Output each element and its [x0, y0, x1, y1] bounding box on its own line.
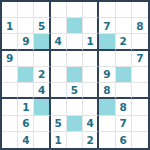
sudoku-cell-r6c7[interactable]: 8	[99, 83, 115, 99]
sudoku-cell-r6c9[interactable]	[132, 83, 148, 99]
sudoku-cell-r3c9[interactable]	[132, 34, 148, 50]
sudoku-cell-r9c3[interactable]	[34, 132, 50, 148]
sudoku-cell-r5c4[interactable]	[51, 67, 67, 83]
sudoku-cell-r6c1[interactable]	[2, 83, 18, 99]
sudoku-cell-r8c7[interactable]	[99, 116, 115, 132]
sudoku-cell-r2c7[interactable]: 7	[99, 18, 115, 34]
sudoku-cell-r2c1[interactable]: 1	[2, 18, 18, 34]
sudoku-cell-r3c8[interactable]: 2	[116, 34, 132, 50]
sudoku-cell-r4c9[interactable]: 7	[132, 51, 148, 67]
sudoku-cell-r7c6[interactable]	[83, 99, 99, 115]
sudoku-cell-r8c2[interactable]: 6	[18, 116, 34, 132]
sudoku-cell-r8c3[interactable]	[34, 116, 50, 132]
sudoku-cell-r7c4[interactable]	[51, 99, 67, 115]
sudoku-cell-r6c6[interactable]	[83, 83, 99, 99]
sudoku-cell-r1c8[interactable]	[116, 2, 132, 18]
sudoku-cell-r1c7[interactable]	[99, 2, 115, 18]
sudoku-cell-r6c4[interactable]	[51, 83, 67, 99]
sudoku-cell-r4c2[interactable]	[18, 51, 34, 67]
sudoku-cell-r6c2[interactable]	[18, 83, 34, 99]
sudoku-board: 1578941297294581865474126	[0, 0, 150, 150]
sudoku-cell-r8c6[interactable]: 4	[83, 116, 99, 132]
sudoku-cell-r9c4[interactable]: 1	[51, 132, 67, 148]
sudoku-cell-r3c7[interactable]	[99, 34, 115, 50]
sudoku-cell-r7c2[interactable]: 1	[18, 99, 34, 115]
sudoku-cell-r1c4[interactable]	[51, 2, 67, 18]
sudoku-cell-r9c1[interactable]	[2, 132, 18, 148]
sudoku-cell-r4c1[interactable]: 9	[2, 51, 18, 67]
sudoku-cell-r9c5[interactable]	[67, 132, 83, 148]
sudoku-cell-r8c5[interactable]	[67, 116, 83, 132]
sudoku-cell-r7c7[interactable]	[99, 99, 115, 115]
sudoku-cell-r4c3[interactable]	[34, 51, 50, 67]
sudoku-cell-r7c8[interactable]: 8	[116, 99, 132, 115]
sudoku-cell-r8c4[interactable]: 5	[51, 116, 67, 132]
sudoku-cell-r4c5[interactable]	[67, 51, 83, 67]
sudoku-cell-r2c9[interactable]: 8	[132, 18, 148, 34]
sudoku-cell-r4c7[interactable]	[99, 51, 115, 67]
sudoku-cell-r4c8[interactable]	[116, 51, 132, 67]
sudoku-cell-r2c5[interactable]	[67, 18, 83, 34]
sudoku-cell-r1c5[interactable]	[67, 2, 83, 18]
sudoku-cell-r5c7[interactable]: 9	[99, 67, 115, 83]
sudoku-cell-r1c2[interactable]	[18, 2, 34, 18]
sudoku-cell-r5c2[interactable]	[18, 67, 34, 83]
sudoku-cell-r2c2[interactable]	[18, 18, 34, 34]
sudoku-cell-r9c7[interactable]	[99, 132, 115, 148]
sudoku-cell-r5c6[interactable]	[83, 67, 99, 83]
sudoku-cell-r4c6[interactable]	[83, 51, 99, 67]
sudoku-cell-r3c5[interactable]	[67, 34, 83, 50]
sudoku-cell-r2c4[interactable]	[51, 18, 67, 34]
sudoku-cell-r5c3[interactable]: 2	[34, 67, 50, 83]
sudoku-cell-r2c6[interactable]	[83, 18, 99, 34]
sudoku-cell-r5c9[interactable]	[132, 67, 148, 83]
sudoku-cell-r6c3[interactable]: 4	[34, 83, 50, 99]
sudoku-cell-r2c8[interactable]	[116, 18, 132, 34]
sudoku-cell-r3c1[interactable]	[2, 34, 18, 50]
sudoku-cell-r5c1[interactable]	[2, 67, 18, 83]
sudoku-cell-r8c8[interactable]: 7	[116, 116, 132, 132]
sudoku-cell-r1c9[interactable]	[132, 2, 148, 18]
sudoku-cell-r2c3[interactable]: 5	[34, 18, 50, 34]
sudoku-cell-r5c5[interactable]	[67, 67, 83, 83]
sudoku-cell-r4c4[interactable]	[51, 51, 67, 67]
sudoku-cell-r5c8[interactable]	[116, 67, 132, 83]
sudoku-cell-r7c1[interactable]	[2, 99, 18, 115]
sudoku-cell-r1c3[interactable]	[34, 2, 50, 18]
sudoku-cell-r6c8[interactable]	[116, 83, 132, 99]
sudoku-cell-r9c2[interactable]: 4	[18, 132, 34, 148]
sudoku-cell-r1c6[interactable]	[83, 2, 99, 18]
sudoku-cell-r3c3[interactable]	[34, 34, 50, 50]
sudoku-cell-r3c4[interactable]: 4	[51, 34, 67, 50]
sudoku-cell-r6c5[interactable]: 5	[67, 83, 83, 99]
sudoku-cell-r8c9[interactable]	[132, 116, 148, 132]
sudoku-cell-r7c3[interactable]	[34, 99, 50, 115]
sudoku-cell-r7c5[interactable]	[67, 99, 83, 115]
sudoku-cell-r1c1[interactable]	[2, 2, 18, 18]
sudoku-cell-r9c8[interactable]: 6	[116, 132, 132, 148]
sudoku-cell-r7c9[interactable]	[132, 99, 148, 115]
sudoku-cell-r3c6[interactable]: 1	[83, 34, 99, 50]
sudoku-cell-r8c1[interactable]	[2, 116, 18, 132]
sudoku-cell-r9c6[interactable]: 2	[83, 132, 99, 148]
sudoku-cell-r9c9[interactable]	[132, 132, 148, 148]
sudoku-cell-r3c2[interactable]: 9	[18, 34, 34, 50]
